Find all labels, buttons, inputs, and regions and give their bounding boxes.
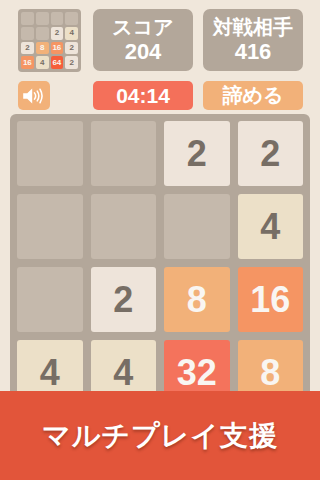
tile-2: 2 [238,121,304,186]
score-label: スコア [112,15,173,39]
empty-cell [17,267,83,332]
promo-banner[interactable]: マルチプレイ支援 [0,391,320,480]
empty-cell [21,27,34,40]
empty-cell [17,194,83,259]
countdown-timer: 04:14 [93,81,193,110]
give-up-button[interactable]: 諦める [203,81,303,110]
tile-8: 8 [164,267,230,332]
empty-cell [51,12,64,25]
promo-banner-text: マルチプレイ支援 [42,417,278,455]
tile-4: 4 [65,27,78,40]
empty-cell [91,121,157,186]
opponent-label: 対戦相手 [213,15,293,39]
tile-4: 4 [36,56,49,69]
tile-2: 2 [21,42,34,55]
empty-cell [91,194,157,259]
empty-cell [36,12,49,25]
score-value: 204 [125,39,162,65]
tile-4: 4 [238,194,304,259]
tile-64: 64 [51,56,64,69]
empty-cell [36,27,49,40]
empty-cell [21,12,34,25]
tile-2: 2 [65,56,78,69]
sound-toggle-button[interactable] [18,81,50,110]
tile-16: 16 [238,267,304,332]
tile-2: 2 [164,121,230,186]
tile-8: 8 [36,42,49,55]
game-screen: 2428162164642 スコア 204 対戦相手 416 04:14 諦める… [0,0,320,480]
tile-2: 2 [51,27,64,40]
main-game-board[interactable]: 224281644328 [10,114,310,412]
opponent-mini-board: 2428162164642 [18,9,81,72]
opponent-score-value: 416 [235,39,272,65]
tile-16: 16 [21,56,34,69]
speaker-on-icon [22,87,46,105]
tile-16: 16 [51,42,64,55]
score-box: スコア 204 [93,9,193,71]
empty-cell [65,12,78,25]
opponent-score-box: 対戦相手 416 [203,9,303,71]
tile-2: 2 [91,267,157,332]
empty-cell [164,194,230,259]
empty-cell [17,121,83,186]
tile-2: 2 [65,42,78,55]
